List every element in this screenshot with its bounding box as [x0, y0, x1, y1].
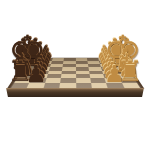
piece-white-rook[interactable]: ♜ — [117, 58, 142, 86]
chess-set-photo: ♜♞♝♛♚♝♞♜♟♟♟♟♟♟♟♟♟♟♟♟♟♟♟♟♜♞♝♛♚♝♞♜ — [0, 0, 150, 150]
pieces-layer: ♜♞♝♛♚♝♞♜♟♟♟♟♟♟♟♟♟♟♟♟♟♟♟♟♜♞♝♛♚♝♞♜ — [0, 0, 150, 150]
piece-black-pawn[interactable]: ♟ — [25, 63, 46, 86]
